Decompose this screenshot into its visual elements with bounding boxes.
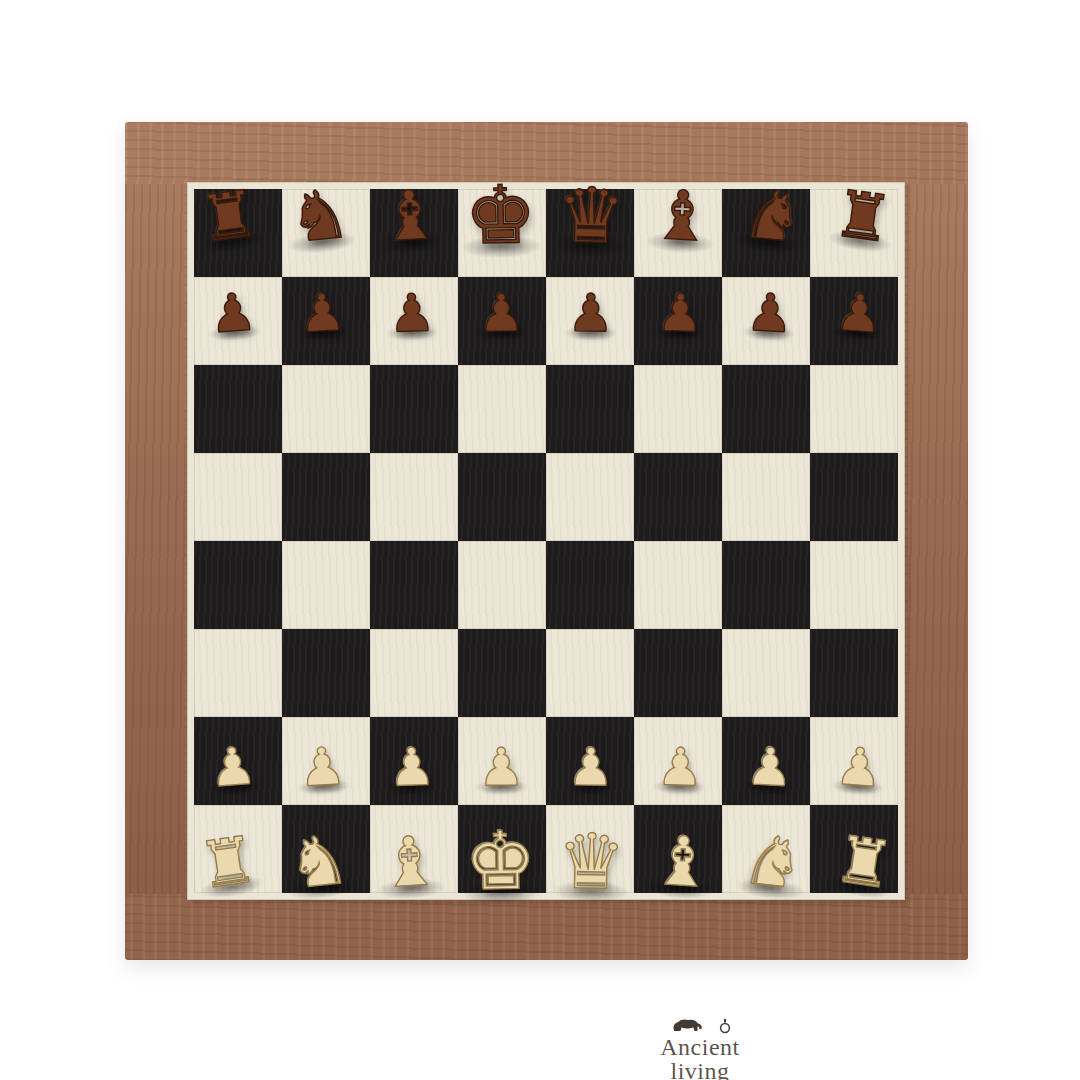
square-g7: ♟ <box>722 277 810 365</box>
square-f4 <box>634 541 722 629</box>
square-b3 <box>282 629 370 717</box>
square-b6 <box>282 365 370 453</box>
square-f8: ♝ <box>634 189 722 277</box>
square-c3 <box>370 629 458 717</box>
piece-white-pawn: ♟ <box>388 740 436 793</box>
square-f1: ♝ <box>634 805 722 893</box>
square-c2: ♟ <box>370 717 458 805</box>
square-c5 <box>370 453 458 541</box>
square-g4 <box>722 541 810 629</box>
piece-white-rook: ♜ <box>831 827 897 899</box>
square-a2: ♟ <box>194 717 282 805</box>
square-e1: ♛ <box>546 805 634 893</box>
elephant-icon <box>669 1017 705 1034</box>
square-b5 <box>282 453 370 541</box>
piece-white-pawn: ♟ <box>656 740 704 793</box>
square-a1: ♜ <box>194 805 282 893</box>
piece-black-pawn: ♟ <box>388 286 436 339</box>
square-h2: ♟ <box>810 717 898 805</box>
square-c1: ♝ <box>370 805 458 893</box>
photo-stage: ♜♞♝♚♛♝♞♜♟♟♟♟♟♟♟♟♟♟♟♟♟♟♟♟♜♞♝♚♛♝♞♜ Ancient… <box>0 0 1080 1080</box>
square-c4 <box>370 541 458 629</box>
square-e2: ♟ <box>546 717 634 805</box>
square-e7: ♟ <box>546 277 634 365</box>
brand-line1: Ancient <box>620 1035 780 1059</box>
square-a3 <box>194 629 282 717</box>
piece-black-pawn: ♟ <box>478 287 525 339</box>
piece-white-pawn: ♟ <box>298 740 347 794</box>
square-h6 <box>810 365 898 453</box>
square-d1: ♚ <box>458 805 546 893</box>
piece-white-pawn: ♟ <box>208 739 258 794</box>
square-f2: ♟ <box>634 717 722 805</box>
piece-white-bishop: ♝ <box>650 826 715 898</box>
brand-logo-icons <box>620 1016 780 1034</box>
square-a6 <box>194 365 282 453</box>
frame-right-rail <box>908 184 968 894</box>
piece-black-king: ♚ <box>464 175 537 256</box>
square-d6 <box>458 365 546 453</box>
square-d7: ♟ <box>458 277 546 365</box>
piece-black-pawn: ♟ <box>834 285 884 340</box>
square-d3 <box>458 629 546 717</box>
square-g1: ♞ <box>722 805 810 893</box>
square-f3 <box>634 629 722 717</box>
square-g3 <box>722 629 810 717</box>
chess-board: ♜♞♝♚♛♝♞♜♟♟♟♟♟♟♟♟♟♟♟♟♟♟♟♟♜♞♝♚♛♝♞♜ <box>194 189 898 893</box>
square-b4 <box>282 541 370 629</box>
piece-white-pawn: ♟ <box>745 740 794 794</box>
square-e3 <box>546 629 634 717</box>
brand-logo: Ancient living <box>620 1016 780 1080</box>
piece-black-pawn: ♟ <box>298 286 347 340</box>
board-frame: ♜♞♝♚♛♝♞♜♟♟♟♟♟♟♟♟♟♟♟♟♟♟♟♟♜♞♝♚♛♝♞♜ Ancient… <box>125 122 968 960</box>
piece-black-pawn: ♟ <box>208 285 258 340</box>
square-c8: ♝ <box>370 189 458 277</box>
square-f6 <box>634 365 722 453</box>
piece-black-knight: ♞ <box>739 180 806 254</box>
square-a5 <box>194 453 282 541</box>
piece-black-rook: ♜ <box>196 181 261 252</box>
piece-black-pawn: ♟ <box>567 287 614 339</box>
square-h5 <box>810 453 898 541</box>
square-e4 <box>546 541 634 629</box>
square-b2: ♟ <box>282 717 370 805</box>
piece-white-queen: ♛ <box>557 823 627 900</box>
square-b8: ♞ <box>282 189 370 277</box>
square-h3 <box>810 629 898 717</box>
square-d4 <box>458 541 546 629</box>
frame-left-rail <box>125 184 185 894</box>
piece-black-pawn: ♟ <box>656 286 704 339</box>
square-d2: ♟ <box>458 717 546 805</box>
square-g6 <box>722 365 810 453</box>
square-b7: ♟ <box>282 277 370 365</box>
square-c7: ♟ <box>370 277 458 365</box>
square-f5 <box>634 453 722 541</box>
square-g8: ♞ <box>722 189 810 277</box>
square-h8: ♜ <box>810 189 898 277</box>
piece-white-pawn: ♟ <box>834 739 884 794</box>
piece-black-pawn: ♟ <box>745 286 794 340</box>
square-b1: ♞ <box>282 805 370 893</box>
square-h1: ♜ <box>810 805 898 893</box>
square-h4 <box>810 541 898 629</box>
square-c6 <box>370 365 458 453</box>
piece-white-pawn: ♟ <box>567 741 614 793</box>
board-margin: ♜♞♝♚♛♝♞♜♟♟♟♟♟♟♟♟♟♟♟♟♟♟♟♟♜♞♝♚♛♝♞♜ <box>187 182 905 900</box>
square-a7: ♟ <box>194 277 282 365</box>
piece-black-queen: ♛ <box>557 177 627 254</box>
square-e6 <box>546 365 634 453</box>
square-a4 <box>194 541 282 629</box>
lamp-icon <box>719 1018 731 1034</box>
piece-black-rook: ♜ <box>830 181 895 252</box>
square-a8: ♜ <box>194 189 282 277</box>
piece-white-king: ♚ <box>464 821 537 902</box>
brand-line2: living <box>620 1059 780 1080</box>
piece-white-rook: ♜ <box>195 827 261 899</box>
square-d5 <box>458 453 546 541</box>
piece-black-bishop: ♝ <box>650 181 715 252</box>
square-f7: ♟ <box>634 277 722 365</box>
square-e5 <box>546 453 634 541</box>
piece-black-bishop: ♝ <box>378 181 443 252</box>
square-g2: ♟ <box>722 717 810 805</box>
square-e8: ♛ <box>546 189 634 277</box>
piece-black-knight: ♞ <box>286 180 353 254</box>
piece-white-knight: ♞ <box>739 825 807 899</box>
square-d8: ♚ <box>458 189 546 277</box>
piece-white-bishop: ♝ <box>377 826 442 898</box>
piece-white-pawn: ♟ <box>478 741 525 793</box>
piece-white-knight: ♞ <box>285 825 353 899</box>
square-g5 <box>722 453 810 541</box>
square-h7: ♟ <box>810 277 898 365</box>
